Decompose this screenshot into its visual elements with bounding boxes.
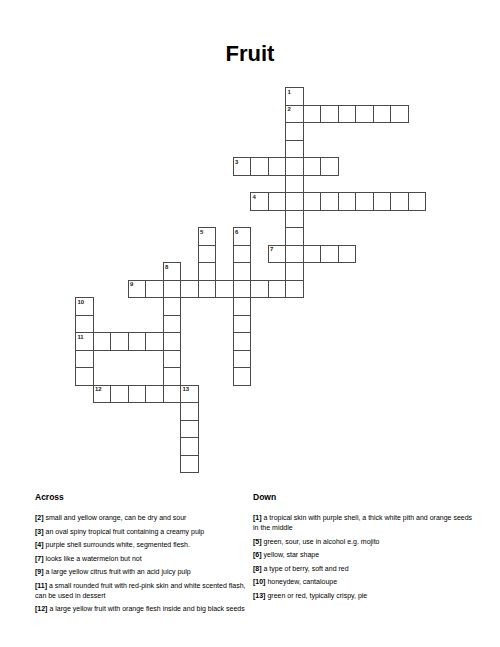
grid-cell-r8c9[interactable]: 6: [233, 227, 252, 246]
grid-cell-r10c9[interactable]: [233, 262, 252, 281]
clue-number: [11]: [35, 582, 47, 589]
grid-cell-r11c8[interactable]: [215, 280, 234, 299]
grid-cell-r4c14[interactable]: [320, 157, 339, 176]
grid-cell-r1c16[interactable]: [355, 105, 374, 124]
clue-text: small and yellow orange, can be dry and …: [46, 514, 187, 521]
down-clue-8: [8] a type of berry, soft and red: [253, 564, 478, 574]
down-clue-13: [13] green or red, typically crispy, pie: [253, 591, 478, 601]
across-clue-7: [7] looks like a watermelon but not: [35, 554, 253, 564]
clue-text: a small rounded fruit with red-pink skin…: [35, 582, 246, 599]
grid-cell-r9c7[interactable]: [198, 245, 217, 264]
down-clue-10: [10] honeydew, cantaloupe: [253, 577, 478, 587]
cell-number-9: 9: [130, 281, 133, 287]
grid-cell-r6c19[interactable]: [408, 192, 427, 211]
clue-number: [9]: [35, 568, 44, 575]
grid-cell-r17c4[interactable]: [145, 385, 164, 404]
grid-cell-r4c11[interactable]: [268, 157, 287, 176]
clue-number: [13]: [253, 592, 265, 599]
cell-number-6: 6: [235, 229, 238, 235]
grid-cell-r4c12[interactable]: [285, 157, 304, 176]
grid-cell-r4c13[interactable]: [303, 157, 322, 176]
cell-number-4: 4: [253, 194, 256, 200]
cell-number-1: 1: [288, 89, 291, 95]
grid-cell-r3c12[interactable]: [285, 140, 304, 159]
across-clue-12: [12] a large yellow fruit with orange fl…: [35, 604, 253, 614]
across-clue-list: [2] small and yellow orange, can be dry …: [35, 513, 253, 614]
grid-cell-r6c12[interactable]: [285, 192, 304, 211]
cell-number-8: 8: [165, 264, 168, 270]
grid-cell-r6c14[interactable]: [320, 192, 339, 211]
grid-cell-r14c9[interactable]: [233, 332, 252, 351]
grid-cell-r20c6[interactable]: [180, 437, 199, 456]
clue-number: [2]: [35, 514, 44, 521]
grid-cell-r17c1[interactable]: 12: [93, 385, 112, 404]
grid-cell-r13c0[interactable]: [75, 315, 94, 334]
grid-cell-r9c9[interactable]: [233, 245, 252, 264]
grid-cell-r6c11[interactable]: [268, 192, 287, 211]
grid-cell-r4c10[interactable]: [250, 157, 269, 176]
grid-cell-r4c9[interactable]: 3: [233, 157, 252, 176]
across-clue-2: [2] small and yellow orange, can be dry …: [35, 513, 253, 523]
grid-cell-r12c9[interactable]: [233, 297, 252, 316]
clue-text: green or red, typically crispy, pie: [267, 592, 367, 599]
grid-cell-r19c6[interactable]: [180, 420, 199, 439]
clue-text: yellow, star shape: [264, 551, 320, 558]
grid-cell-r10c5[interactable]: 8: [163, 262, 182, 281]
crossword-grid: 12345678910111213: [75, 87, 426, 473]
across-clue-11: [11] a small rounded fruit with red-pink…: [35, 581, 253, 601]
grid-cell-r10c12[interactable]: [285, 262, 304, 281]
clue-number: [12]: [35, 605, 47, 612]
grid-cell-r9c15[interactable]: [338, 245, 357, 264]
grid-cell-r11c3[interactable]: 9: [128, 280, 147, 299]
grid-cell-r16c5[interactable]: [163, 367, 182, 386]
grid-cell-r15c9[interactable]: [233, 350, 252, 369]
grid-cell-r1c12[interactable]: 2: [285, 105, 304, 124]
grid-cell-r17c6[interactable]: 13: [180, 385, 199, 404]
grid-cell-r6c10[interactable]: 4: [250, 192, 269, 211]
grid-cell-r1c15[interactable]: [338, 105, 357, 124]
grid-cell-r21c6[interactable]: [180, 455, 199, 474]
grid-cell-r1c13[interactable]: [303, 105, 322, 124]
grid-cell-r9c14[interactable]: [320, 245, 339, 264]
cell-number-5: 5: [200, 229, 203, 235]
grid-cell-r16c0[interactable]: [75, 367, 94, 386]
clue-text: looks like a watermelon but not: [46, 555, 142, 562]
across-header: Across: [35, 492, 253, 502]
grid-cell-r14c1[interactable]: [93, 332, 112, 351]
grid-cell-r17c5[interactable]: [163, 385, 182, 404]
cell-number-2: 2: [288, 106, 291, 112]
grid-cell-r9c11[interactable]: 7: [268, 245, 287, 264]
grid-cell-r1c18[interactable]: [390, 105, 409, 124]
down-clue-list: [1] a tropical skin with purple shell, a…: [253, 513, 478, 601]
grid-cell-r11c5[interactable]: [163, 280, 182, 299]
grid-cell-r13c5[interactable]: [163, 315, 182, 334]
clue-number: [8]: [253, 565, 262, 572]
clue-text: a large yellow citrus fruit with an acid…: [46, 568, 191, 575]
grid-cell-r7c12[interactable]: [285, 210, 304, 229]
grid-cell-r17c2[interactable]: [110, 385, 129, 404]
down-clue-6: [6] yellow, star shape: [253, 550, 478, 560]
grid-cell-r17c3[interactable]: [128, 385, 147, 404]
clue-number: [1]: [253, 514, 262, 521]
clue-number: [3]: [35, 528, 44, 535]
cell-number-10: 10: [78, 299, 84, 305]
grid-cell-r1c17[interactable]: [373, 105, 392, 124]
grid-cell-r5c12[interactable]: [285, 175, 304, 194]
grid-cell-r15c5[interactable]: [163, 350, 182, 369]
cell-number-11: 11: [78, 334, 84, 340]
clue-number: [6]: [253, 551, 262, 558]
clue-text: a large yellow fruit with orange flesh i…: [49, 605, 244, 612]
grid-cell-r14c2[interactable]: [110, 332, 129, 351]
grid-cell-r6c18[interactable]: [390, 192, 409, 211]
across-clue-4: [4] purple shell surrounds white, segmen…: [35, 540, 253, 550]
clue-text: a type of berry, soft and red: [264, 565, 349, 572]
grid-cell-r2c12[interactable]: [285, 122, 304, 141]
down-clue-1: [1] a tropical skin with purple shell, a…: [253, 513, 478, 533]
grid-cell-r11c10[interactable]: [250, 280, 269, 299]
grid-cell-r6c15[interactable]: [338, 192, 357, 211]
cell-number-12: 12: [95, 386, 101, 392]
clue-number: [7]: [35, 555, 44, 562]
grid-cell-r13c9[interactable]: [233, 315, 252, 334]
clue-number: [5]: [253, 538, 262, 545]
clue-number: [4]: [35, 541, 44, 548]
grid-cell-r8c12[interactable]: [285, 227, 304, 246]
grid-cell-r11c7[interactable]: [198, 280, 217, 299]
grid-cell-r9c12[interactable]: [285, 245, 304, 264]
across-clues-section: Across [2] small and yellow orange, can …: [35, 492, 253, 618]
grid-cell-r14c5[interactable]: [163, 332, 182, 351]
grid-cell-r16c9[interactable]: [233, 367, 252, 386]
cell-number-13: 13: [183, 386, 189, 392]
grid-cell-r0c12[interactable]: 1: [285, 87, 304, 106]
clue-text: honeydew, cantaloupe: [267, 578, 337, 585]
grid-cell-r6c13[interactable]: [303, 192, 322, 211]
cell-number-7: 7: [270, 246, 273, 252]
grid-cell-r15c0[interactable]: [75, 350, 94, 369]
grid-cell-r18c6[interactable]: [180, 402, 199, 421]
grid-cell-r11c6[interactable]: [180, 280, 199, 299]
grid-cell-r11c11[interactable]: [268, 280, 287, 299]
grid-cell-r14c4[interactable]: [145, 332, 164, 351]
grid-cell-r14c3[interactable]: [128, 332, 147, 351]
grid-cell-r12c0[interactable]: 10: [75, 297, 94, 316]
grid-cell-r12c5[interactable]: [163, 297, 182, 316]
clue-text: an oval spiny tropical fruit containing …: [46, 528, 205, 535]
grid-cell-r11c12[interactable]: [285, 280, 304, 299]
grid-cell-r1c14[interactable]: [320, 105, 339, 124]
down-clues-section: Down [1] a tropical skin with purple she…: [253, 492, 478, 604]
page-title: Fruit: [0, 41, 500, 67]
grid-cell-r11c4[interactable]: [145, 280, 164, 299]
grid-cell-r11c9[interactable]: [233, 280, 252, 299]
across-clue-3: [3] an oval spiny tropical fruit contain…: [35, 527, 253, 537]
grid-cell-r10c7[interactable]: [198, 262, 217, 281]
grid-cell-r8c7[interactable]: 5: [198, 227, 217, 246]
grid-cell-r6c16[interactable]: [355, 192, 374, 211]
down-clue-5: [5] green, sour, use in alcohol e.g. moj…: [253, 537, 478, 547]
grid-cell-r6c17[interactable]: [373, 192, 392, 211]
clue-text: green, sour, use in alcohol e.g. mojito: [264, 538, 380, 545]
clue-text: purple shell surrounds white, segmented …: [46, 541, 190, 548]
grid-cell-r14c0[interactable]: 11: [75, 332, 94, 351]
down-header: Down: [253, 492, 478, 502]
clue-number: [10]: [253, 578, 265, 585]
across-clue-9: [9] a large yellow citrus fruit with an …: [35, 567, 253, 577]
clue-text: a tropical skin with purple shell, a thi…: [253, 514, 472, 531]
cell-number-3: 3: [235, 159, 238, 165]
grid-cell-r9c13[interactable]: [303, 245, 322, 264]
